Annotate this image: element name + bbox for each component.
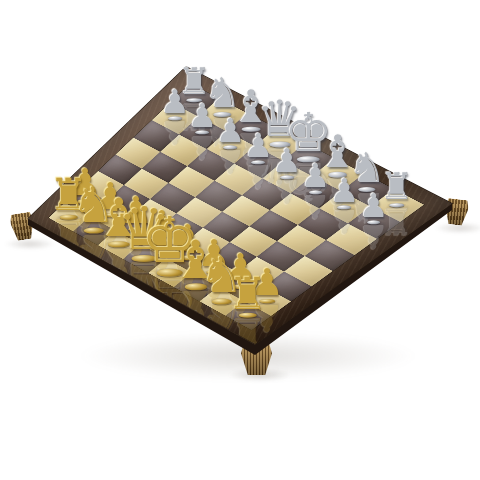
piece-silver-pawn-c7[interactable]: ♟ bbox=[216, 115, 245, 148]
piece-silver-pawn-b7[interactable]: ♟ bbox=[188, 100, 217, 133]
piece-silver-pawn-e7[interactable]: ♟ bbox=[272, 144, 301, 177]
piece-silver-pawn-d7[interactable]: ♟ bbox=[244, 129, 273, 162]
photo-scene: ♜♞♝♛♚♝♞♜♟♟♟♟♟♟♟♟♟♟♟♟♟♟♟♟♜♞♝♛♚♝♞♜ ♜♞♝♛♚♝♞… bbox=[0, 0, 480, 480]
chess-pieces-layer: ♜♞♝♛♚♝♞♜♟♟♟♟♟♟♟♟♟♟♟♟♟♟♟♟♜♞♝♛♚♝♞♜ bbox=[0, 0, 480, 480]
piece-silver-pawn-g7[interactable]: ♟ bbox=[330, 174, 359, 207]
piece-gold-rook-h1[interactable]: ♜ bbox=[228, 272, 267, 316]
piece-silver-pawn-h7[interactable]: ♟ bbox=[359, 190, 388, 223]
piece-silver-pawn-f7[interactable]: ♟ bbox=[301, 159, 330, 192]
piece-silver-pawn-a7[interactable]: ♟ bbox=[160, 85, 189, 118]
